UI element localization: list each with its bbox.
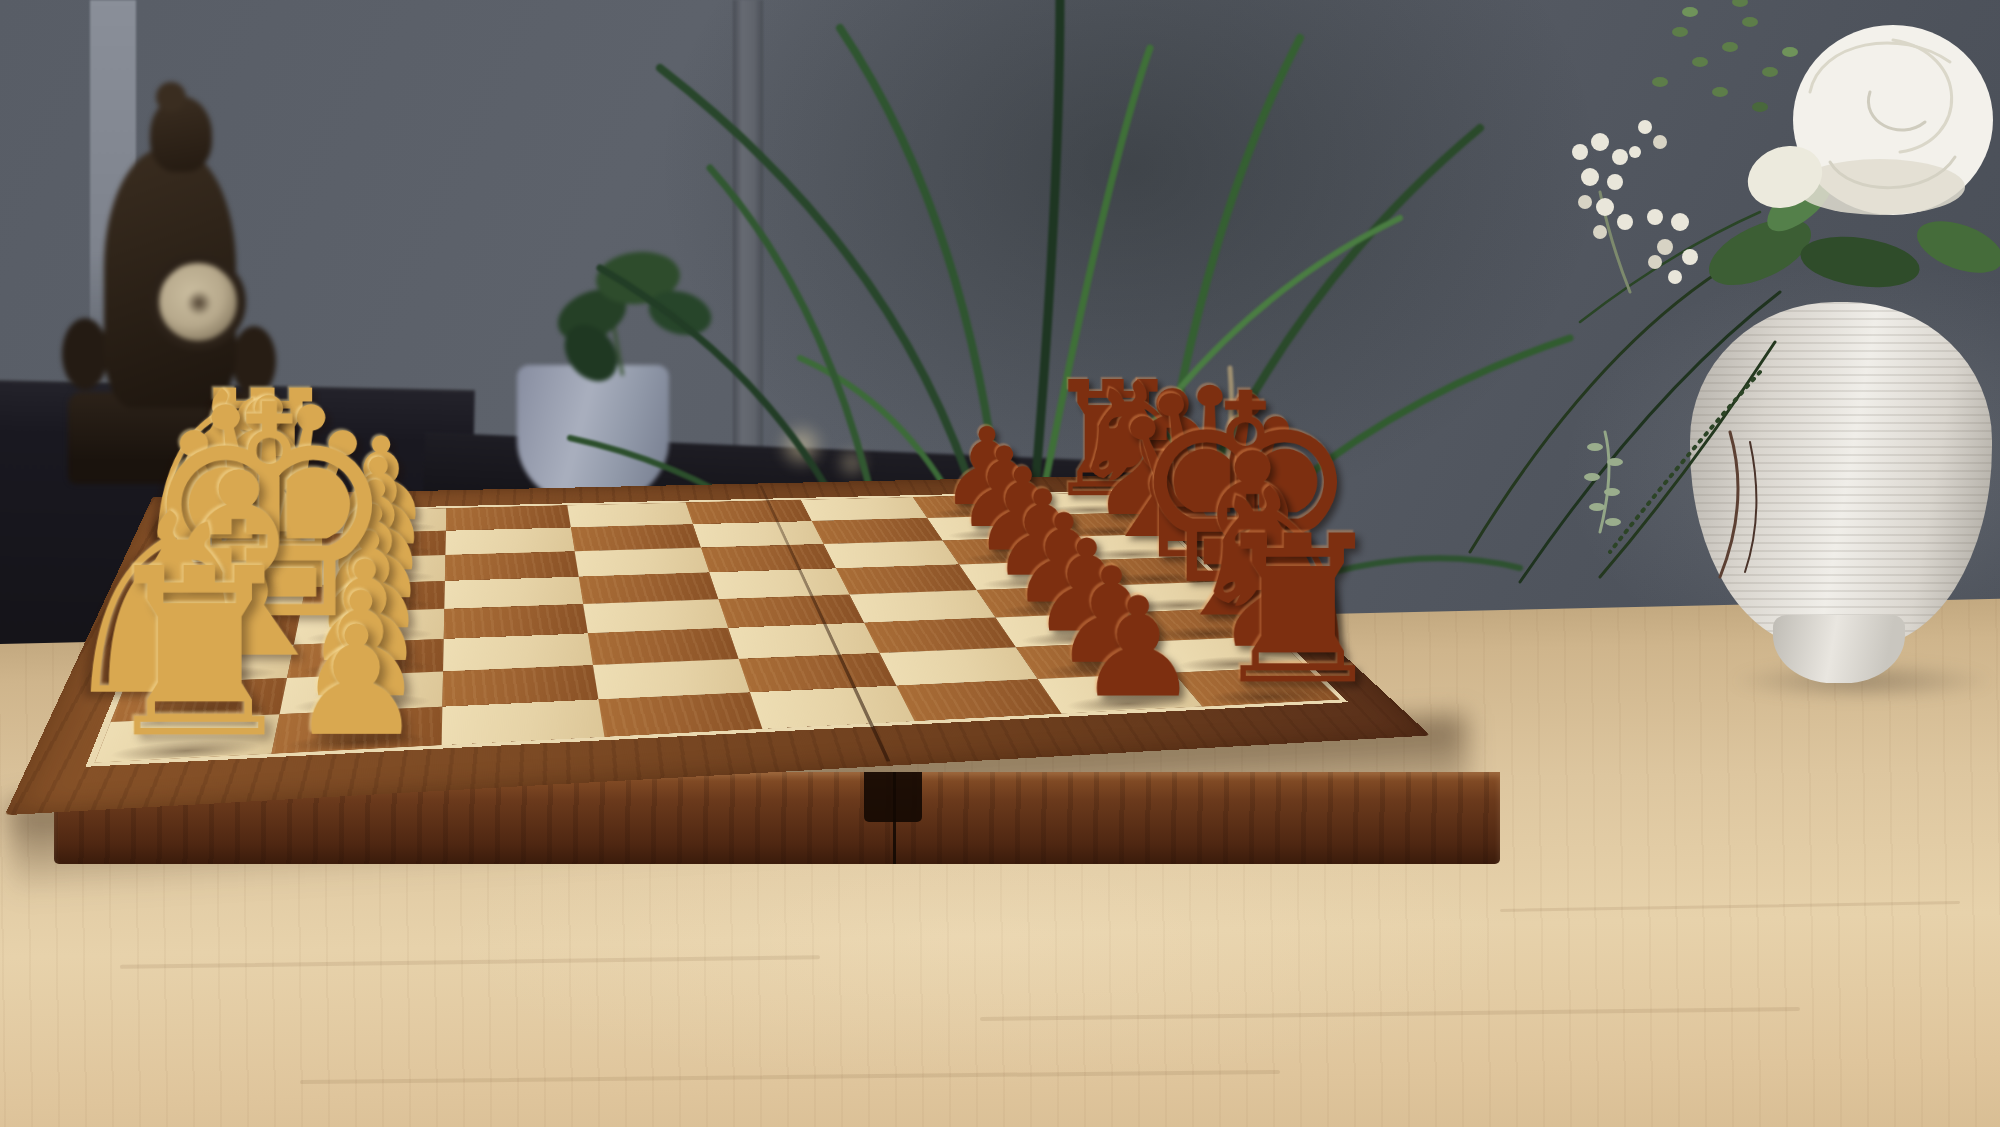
hinge-line	[893, 772, 896, 864]
square-h3[interactable]	[441, 699, 605, 745]
clock-finial	[156, 82, 186, 112]
square-b3[interactable]	[445, 527, 575, 555]
square-e4[interactable]	[583, 599, 728, 633]
clock-hands	[186, 290, 212, 316]
square-h1[interactable]: ♜	[95, 714, 280, 762]
lilac-cluster	[1572, 120, 1698, 284]
board-squares: ♜♟♟♜♞♟♟♞♝♟♟♝♛♟♟♛♚♟♟♚♝♟♟♝♞♟♟♞♜♟♟♜	[85, 490, 1348, 767]
square-a5[interactable]	[686, 500, 812, 525]
photo-scene: ♜♟♟♜♞♟♟♞♝♟♟♝♛♟♟♛♚♟♟♚♝♟♟♝♞♟♟♞♜♟♟♜	[0, 0, 2000, 1127]
black-rook[interactable]: ♜	[1206, 509, 1355, 713]
square-a6[interactable]	[801, 497, 927, 521]
clock-scroll	[62, 318, 108, 390]
square-h4[interactable]	[599, 692, 763, 736]
board-front-edge	[54, 772, 1500, 864]
square-g3[interactable]	[442, 665, 599, 707]
black-pawn[interactable]: ♟	[1062, 579, 1213, 717]
flower-arrangement	[1430, 0, 2000, 612]
square-h5[interactable]	[750, 686, 914, 729]
square-h6[interactable]	[896, 679, 1061, 721]
square-h7[interactable]: ♟	[1037, 673, 1202, 714]
white-rook[interactable]: ♜	[95, 538, 265, 770]
